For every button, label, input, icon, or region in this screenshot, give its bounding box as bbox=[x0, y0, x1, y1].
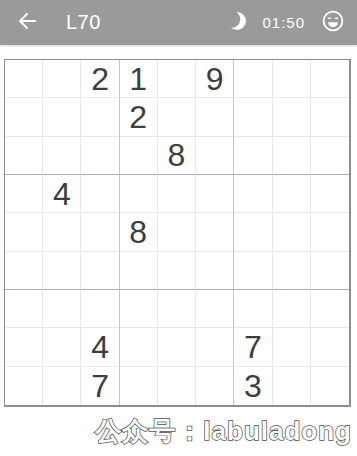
cell-r8c7[interactable]: 7 bbox=[234, 328, 272, 366]
cell-r8c8[interactable] bbox=[273, 328, 311, 366]
cell-r7c3[interactable] bbox=[81, 290, 119, 328]
cell-r4c5[interactable] bbox=[158, 175, 196, 213]
cell-r4c6[interactable] bbox=[196, 175, 234, 213]
cell-r3c8[interactable] bbox=[273, 137, 311, 175]
cell-r2c4[interactable]: 2 bbox=[120, 98, 158, 136]
cell-r9c2[interactable] bbox=[43, 367, 81, 405]
cell-r1c1[interactable] bbox=[5, 60, 43, 98]
cell-r1c7[interactable] bbox=[234, 60, 272, 98]
smiley-face-icon bbox=[321, 9, 345, 37]
cell-r3c1[interactable] bbox=[5, 137, 43, 175]
cell-r6c7[interactable] bbox=[234, 252, 272, 290]
cell-r3c7[interactable] bbox=[234, 137, 272, 175]
cell-r1c4[interactable]: 1 bbox=[120, 60, 158, 98]
cell-r6c9[interactable] bbox=[311, 252, 349, 290]
toolbar-right-group: 01:50 bbox=[224, 11, 345, 35]
cell-r4c3[interactable] bbox=[81, 175, 119, 213]
cell-r2c3[interactable] bbox=[81, 98, 119, 136]
cell-r2c5[interactable] bbox=[158, 98, 196, 136]
cell-r9c9[interactable] bbox=[311, 367, 349, 405]
cell-r1c3[interactable]: 2 bbox=[81, 60, 119, 98]
cell-r2c9[interactable] bbox=[311, 98, 349, 136]
cell-r8c1[interactable] bbox=[5, 328, 43, 366]
cell-r2c6[interactable] bbox=[196, 98, 234, 136]
cell-r6c1[interactable] bbox=[5, 252, 43, 290]
night-mode-button[interactable] bbox=[224, 11, 248, 35]
cell-r7c1[interactable] bbox=[5, 290, 43, 328]
cell-r4c1[interactable] bbox=[5, 175, 43, 213]
page-title: L70 bbox=[66, 11, 101, 34]
cell-r3c3[interactable] bbox=[81, 137, 119, 175]
cell-r7c4[interactable] bbox=[120, 290, 158, 328]
cell-r5c4[interactable]: 8 bbox=[120, 213, 158, 251]
cell-r9c5[interactable] bbox=[158, 367, 196, 405]
cell-r9c8[interactable] bbox=[273, 367, 311, 405]
crescent-moon-icon bbox=[224, 9, 248, 37]
cell-r9c6[interactable] bbox=[196, 367, 234, 405]
arrow-left-icon bbox=[15, 9, 39, 37]
cell-r5c3[interactable] bbox=[81, 213, 119, 251]
cell-r7c7[interactable] bbox=[234, 290, 272, 328]
cell-r9c7[interactable]: 3 bbox=[234, 367, 272, 405]
cell-r6c8[interactable] bbox=[273, 252, 311, 290]
cell-r5c1[interactable] bbox=[5, 213, 43, 251]
emoji-button[interactable] bbox=[321, 11, 345, 35]
cell-r5c9[interactable] bbox=[311, 213, 349, 251]
timer-label: 01:50 bbox=[262, 14, 305, 31]
cell-r3c6[interactable] bbox=[196, 137, 234, 175]
cell-r6c4[interactable] bbox=[120, 252, 158, 290]
cell-r7c5[interactable] bbox=[158, 290, 196, 328]
cell-r3c4[interactable] bbox=[120, 137, 158, 175]
cell-r4c8[interactable] bbox=[273, 175, 311, 213]
cell-r8c9[interactable] bbox=[311, 328, 349, 366]
cell-r3c5[interactable]: 8 bbox=[158, 137, 196, 175]
cell-r8c6[interactable] bbox=[196, 328, 234, 366]
cell-r1c8[interactable] bbox=[273, 60, 311, 98]
cell-r9c1[interactable] bbox=[5, 367, 43, 405]
cell-r6c2[interactable] bbox=[43, 252, 81, 290]
cell-r4c7[interactable] bbox=[234, 175, 272, 213]
cell-r7c8[interactable] bbox=[273, 290, 311, 328]
sudoku-board: 21928484773 bbox=[4, 59, 351, 407]
cell-r6c6[interactable] bbox=[196, 252, 234, 290]
cell-r9c4[interactable] bbox=[120, 367, 158, 405]
cell-r2c8[interactable] bbox=[273, 98, 311, 136]
cell-r1c9[interactable] bbox=[311, 60, 349, 98]
cell-r7c9[interactable] bbox=[311, 290, 349, 328]
cell-r8c4[interactable] bbox=[120, 328, 158, 366]
cell-r1c6[interactable]: 9 bbox=[196, 60, 234, 98]
cell-r3c2[interactable] bbox=[43, 137, 81, 175]
cell-r1c5[interactable] bbox=[158, 60, 196, 98]
cell-r5c8[interactable] bbox=[273, 213, 311, 251]
cell-r1c2[interactable] bbox=[43, 60, 81, 98]
cell-r4c9[interactable] bbox=[311, 175, 349, 213]
cell-r8c2[interactable] bbox=[43, 328, 81, 366]
cell-r8c3[interactable]: 4 bbox=[81, 328, 119, 366]
cell-r6c5[interactable] bbox=[158, 252, 196, 290]
back-button[interactable] bbox=[14, 10, 40, 36]
cell-r5c5[interactable] bbox=[158, 213, 196, 251]
cell-r3c9[interactable] bbox=[311, 137, 349, 175]
cell-r5c6[interactable] bbox=[196, 213, 234, 251]
cell-r4c2[interactable]: 4 bbox=[43, 175, 81, 213]
toolbar: L70 01:50 bbox=[0, 0, 357, 45]
cell-r8c5[interactable] bbox=[158, 328, 196, 366]
cell-r7c2[interactable] bbox=[43, 290, 81, 328]
cell-r2c7[interactable] bbox=[234, 98, 272, 136]
cell-r4c4[interactable] bbox=[120, 175, 158, 213]
cell-r2c1[interactable] bbox=[5, 98, 43, 136]
cell-r6c3[interactable] bbox=[81, 252, 119, 290]
cell-r9c3[interactable]: 7 bbox=[81, 367, 119, 405]
cell-r5c7[interactable] bbox=[234, 213, 272, 251]
cell-r2c2[interactable] bbox=[43, 98, 81, 136]
watermark-text: 公众号：labuladong bbox=[95, 414, 352, 449]
cell-r7c6[interactable] bbox=[196, 290, 234, 328]
cell-r5c2[interactable] bbox=[43, 213, 81, 251]
